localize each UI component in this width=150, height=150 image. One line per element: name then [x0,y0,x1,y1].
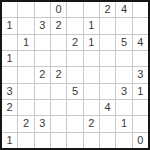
clue-cell[interactable]: 1 [18,35,33,50]
cell[interactable] [18,18,33,33]
cell[interactable] [84,100,99,115]
cell[interactable] [133,116,148,131]
clue-cell[interactable]: 3 [133,67,148,82]
clue-cell[interactable]: 1 [133,84,148,99]
cell[interactable] [35,84,50,99]
clue-cell[interactable]: 1 [84,35,99,50]
cell[interactable] [51,51,66,66]
clue-cell[interactable]: 3 [35,18,50,33]
clue-cell[interactable]: 4 [133,35,148,50]
cell[interactable] [84,84,99,99]
clue-cell[interactable]: 1 [2,51,17,66]
clue-cell[interactable]: 3 [2,84,17,99]
cell[interactable] [67,100,82,115]
cell[interactable] [67,18,82,33]
cell[interactable] [84,51,99,66]
cell[interactable] [100,84,115,99]
cell[interactable] [67,67,82,82]
cell[interactable] [100,133,115,148]
cell[interactable] [35,2,50,17]
puzzle-board: 0241321121541223353124232110 [0,0,150,150]
cell[interactable] [100,51,115,66]
clue-cell[interactable]: 1 [2,133,17,148]
cell[interactable] [100,67,115,82]
cell[interactable] [116,67,131,82]
cell[interactable] [51,116,66,131]
cell[interactable] [18,2,33,17]
cell[interactable] [2,2,17,17]
cell[interactable] [18,51,33,66]
cell[interactable] [133,18,148,33]
cell[interactable] [133,2,148,17]
cell[interactable] [35,133,50,148]
cell[interactable] [18,100,33,115]
cell[interactable] [100,18,115,33]
clue-cell[interactable]: 1 [84,18,99,33]
cell[interactable] [133,51,148,66]
clue-cell[interactable]: 5 [67,84,82,99]
cell[interactable] [51,100,66,115]
cell[interactable] [35,100,50,115]
cell[interactable] [84,133,99,148]
cell[interactable] [18,84,33,99]
cell[interactable] [2,67,17,82]
cell[interactable] [35,51,50,66]
clue-cell[interactable]: 2 [84,116,99,131]
cell[interactable] [18,67,33,82]
cell[interactable] [84,67,99,82]
cell[interactable] [51,84,66,99]
clue-cell[interactable]: 3 [35,116,50,131]
clue-cell[interactable]: 3 [116,84,131,99]
cell[interactable] [2,35,17,50]
cell[interactable] [100,116,115,131]
cell[interactable] [116,100,131,115]
clue-cell[interactable]: 1 [2,18,17,33]
clue-cell[interactable]: 2 [100,2,115,17]
clue-cell[interactable]: 4 [116,2,131,17]
cell[interactable] [51,35,66,50]
cell[interactable] [67,51,82,66]
cell[interactable] [116,18,131,33]
clue-cell[interactable]: 4 [100,100,115,115]
clue-cell[interactable]: 2 [18,116,33,131]
clue-cell[interactable]: 2 [2,100,17,115]
clue-cell[interactable]: 5 [116,35,131,50]
cell[interactable] [67,133,82,148]
cell[interactable] [2,116,17,131]
clue-cell[interactable]: 2 [67,35,82,50]
cell[interactable] [100,35,115,50]
cell[interactable] [51,133,66,148]
cell[interactable] [133,100,148,115]
cell[interactable] [67,116,82,131]
clue-cell[interactable]: 2 [51,18,66,33]
cell[interactable] [84,2,99,17]
cell[interactable] [18,133,33,148]
cell[interactable] [67,2,82,17]
cell[interactable] [116,133,131,148]
clue-cell[interactable]: 0 [133,133,148,148]
clue-cell[interactable]: 0 [51,2,66,17]
clue-cell[interactable]: 1 [116,116,131,131]
cell[interactable] [116,51,131,66]
clue-cell[interactable]: 2 [51,67,66,82]
clue-cell[interactable]: 2 [35,67,50,82]
cell[interactable] [35,35,50,50]
